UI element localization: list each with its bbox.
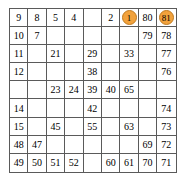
cell-r3c8[interactable] [139, 45, 157, 63]
cell-r1c2[interactable]: 8 [28, 9, 46, 27]
hidato-board-container: 9854218081107797811212933771238762324394… [9, 8, 177, 173]
cell-value: 77 [161, 48, 171, 59]
hidato-grid: 9854218081107797811212933771238762324394… [9, 8, 177, 173]
cell-value: 65 [124, 84, 134, 95]
cell-r5c8[interactable] [139, 81, 157, 99]
cell-r9c9[interactable]: 71 [157, 154, 175, 172]
cell-value: 52 [69, 157, 79, 168]
cell-value: 63 [124, 121, 134, 132]
cell-r1c1[interactable]: 9 [10, 9, 28, 27]
cell-value: 39 [87, 84, 97, 95]
cell-r7c4[interactable] [65, 118, 83, 136]
cell-r3c9[interactable]: 77 [157, 45, 175, 63]
cell-r7c9[interactable]: 73 [157, 118, 175, 136]
cell-r6c1[interactable]: 14 [10, 99, 28, 117]
cell-value: 60 [106, 157, 116, 168]
cell-r1c7[interactable]: 1 [120, 9, 138, 27]
cell-value: 78 [161, 30, 171, 41]
cell-r6c9[interactable]: 74 [157, 99, 175, 117]
cell-r3c1[interactable]: 11 [10, 45, 28, 63]
cell-r4c7[interactable] [120, 63, 138, 81]
cell-value: 29 [87, 48, 97, 59]
cell-r6c3[interactable] [47, 99, 65, 117]
cell-r5c7[interactable]: 65 [120, 81, 138, 99]
cell-r7c2[interactable] [28, 118, 46, 136]
cell-value: 10 [14, 30, 24, 41]
cell-r2c1[interactable]: 10 [10, 27, 28, 45]
cell-r4c3[interactable] [47, 63, 65, 81]
cell-r1c6[interactable]: 2 [102, 9, 120, 27]
cell-value: 23 [50, 84, 60, 95]
cell-value: 74 [161, 103, 171, 114]
cell-r2c9[interactable]: 78 [157, 27, 175, 45]
cell-value: 14 [14, 103, 24, 114]
cell-r2c6[interactable] [102, 27, 120, 45]
cell-value: 61 [124, 157, 134, 168]
cell-r8c6[interactable] [102, 136, 120, 154]
cell-r7c8[interactable] [139, 118, 157, 136]
cell-r1c8[interactable]: 80 [139, 9, 157, 27]
cell-r7c5[interactable]: 55 [84, 118, 102, 136]
cell-r9c4[interactable]: 52 [65, 154, 83, 172]
cell-r6c2[interactable] [28, 99, 46, 117]
cell-r1c3[interactable]: 5 [47, 9, 65, 27]
cell-value: 42 [87, 103, 97, 114]
cell-r8c4[interactable] [65, 136, 83, 154]
cell-r8c7[interactable] [120, 136, 138, 154]
cell-r3c6[interactable] [102, 45, 120, 63]
cell-r9c7[interactable]: 61 [120, 154, 138, 172]
cell-value: 12 [14, 66, 24, 77]
cell-r3c5[interactable]: 29 [84, 45, 102, 63]
cell-value: 4 [71, 12, 76, 23]
cell-r9c6[interactable]: 60 [102, 154, 120, 172]
cell-r2c8[interactable]: 79 [139, 27, 157, 45]
cell-value: 69 [142, 139, 152, 150]
cell-value: 81 [162, 13, 171, 23]
cell-value: 1 [127, 13, 132, 23]
cell-value: 76 [161, 66, 171, 77]
cell-value: 11 [14, 48, 24, 59]
cell-r4c6[interactable] [102, 63, 120, 81]
cell-value: 72 [161, 139, 171, 150]
cell-r9c3[interactable]: 51 [47, 154, 65, 172]
cell-value: 55 [87, 121, 97, 132]
cell-r7c1[interactable]: 15 [10, 118, 28, 136]
cell-r6c4[interactable] [65, 99, 83, 117]
cell-r6c7[interactable] [120, 99, 138, 117]
cell-r5c5[interactable]: 39 [84, 81, 102, 99]
cell-r7c7[interactable]: 63 [120, 118, 138, 136]
cell-r3c7[interactable]: 33 [120, 45, 138, 63]
cell-r4c2[interactable] [28, 63, 46, 81]
cell-value: 15 [14, 121, 24, 132]
cell-r4c1[interactable]: 12 [10, 63, 28, 81]
cell-r9c1[interactable]: 49 [10, 154, 28, 172]
cell-r5c1[interactable] [10, 81, 28, 99]
cell-r5c4[interactable]: 24 [65, 81, 83, 99]
cell-r1c5[interactable] [84, 9, 102, 27]
cell-r5c2[interactable] [28, 81, 46, 99]
cell-r7c3[interactable]: 45 [47, 118, 65, 136]
cell-r5c6[interactable]: 40 [102, 81, 120, 99]
cell-value: 79 [142, 30, 152, 41]
cell-value: 2 [108, 12, 113, 23]
cell-value: 45 [50, 121, 60, 132]
cell-r4c9[interactable]: 76 [157, 63, 175, 81]
cell-r2c4[interactable] [65, 27, 83, 45]
cell-r2c5[interactable] [84, 27, 102, 45]
cell-r4c4[interactable] [65, 63, 83, 81]
cell-value: 8 [35, 12, 40, 23]
cell-value: 40 [106, 84, 116, 95]
cell-r8c1[interactable]: 48 [10, 136, 28, 154]
cell-r8c3[interactable] [47, 136, 65, 154]
cell-r3c2[interactable] [28, 45, 46, 63]
cell-r3c3[interactable]: 21 [47, 45, 65, 63]
cell-value: 33 [124, 48, 134, 59]
cell-r8c2[interactable]: 47 [28, 136, 46, 154]
cell-r2c7[interactable] [120, 27, 138, 45]
cell-value: 47 [32, 139, 42, 150]
cell-r6c8[interactable] [139, 99, 157, 117]
cell-r8c5[interactable] [84, 136, 102, 154]
cell-value: 7 [35, 30, 40, 41]
cell-r4c5[interactable]: 38 [84, 63, 102, 81]
cell-r8c9[interactable]: 72 [157, 136, 175, 154]
cell-r6c5[interactable]: 42 [84, 99, 102, 117]
cell-r1c9[interactable]: 81 [157, 9, 175, 27]
cell-value: 49 [14, 157, 24, 168]
cell-value: 9 [16, 12, 21, 23]
cell-value: 48 [14, 139, 24, 150]
cell-value: 38 [87, 66, 97, 77]
cell-r2c2[interactable]: 7 [28, 27, 46, 45]
cell-r9c5[interactable] [84, 154, 102, 172]
cell-r6c6[interactable] [102, 99, 120, 117]
cell-r2c3[interactable] [47, 27, 65, 45]
cell-value: 73 [161, 121, 171, 132]
highlight-circle: 81 [159, 10, 174, 25]
cell-r4c8[interactable] [139, 63, 157, 81]
cell-value: 21 [50, 48, 60, 59]
highlight-circle: 1 [122, 10, 137, 25]
cell-value: 5 [53, 12, 58, 23]
cell-value: 70 [142, 157, 152, 168]
cell-value: 50 [32, 157, 42, 168]
cell-value: 80 [142, 12, 152, 23]
cell-value: 24 [69, 84, 79, 95]
cell-value: 51 [50, 157, 60, 168]
cell-value: 71 [161, 157, 171, 168]
cell-r3c4[interactable] [65, 45, 83, 63]
cell-r5c3[interactable]: 23 [47, 81, 65, 99]
cell-r8c8[interactable]: 69 [139, 136, 157, 154]
cell-r7c6[interactable] [102, 118, 120, 136]
cell-r9c2[interactable]: 50 [28, 154, 46, 172]
cell-r5c9[interactable] [157, 81, 175, 99]
cell-r1c4[interactable]: 4 [65, 9, 83, 27]
cell-r9c8[interactable]: 70 [139, 154, 157, 172]
